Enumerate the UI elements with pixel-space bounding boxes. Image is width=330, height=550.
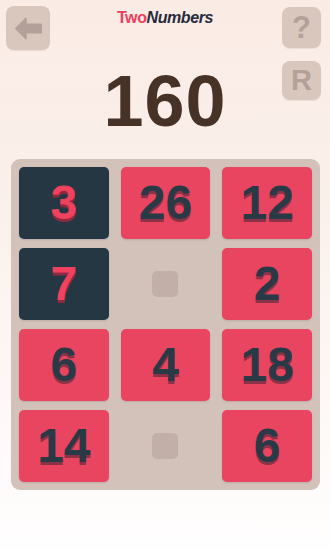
app-title-numbers: Numbers [147, 9, 214, 26]
app-title: TwoNumbers [0, 9, 330, 27]
help-button[interactable]: ? [282, 7, 321, 48]
tile-r3c3[interactable]: 18 [222, 329, 312, 401]
question-mark-icon: ? [292, 10, 311, 46]
tile-r3c1[interactable]: 6 [19, 329, 109, 401]
tile-r2c1[interactable]: 7 [19, 248, 109, 320]
target-number: 160 [0, 65, 330, 137]
app-title-two: Two [117, 9, 147, 26]
tile-r1c2[interactable]: 26 [121, 167, 211, 239]
empty-slot-icon [152, 433, 178, 459]
board: 32612726418146 [11, 159, 320, 490]
app-screen: TwoNumbers ? R 160 32612726418146 [0, 0, 330, 550]
empty-cell-r2c2 [121, 248, 211, 320]
empty-slot-icon [152, 271, 178, 297]
tile-r4c3[interactable]: 6 [222, 410, 312, 482]
tile-r4c1[interactable]: 14 [19, 410, 109, 482]
tile-r1c3[interactable]: 12 [222, 167, 312, 239]
empty-cell-r4c2 [121, 410, 211, 482]
tile-r3c2[interactable]: 4 [121, 329, 211, 401]
tile-r1c1[interactable]: 3 [19, 167, 109, 239]
tile-r2c3[interactable]: 2 [222, 248, 312, 320]
